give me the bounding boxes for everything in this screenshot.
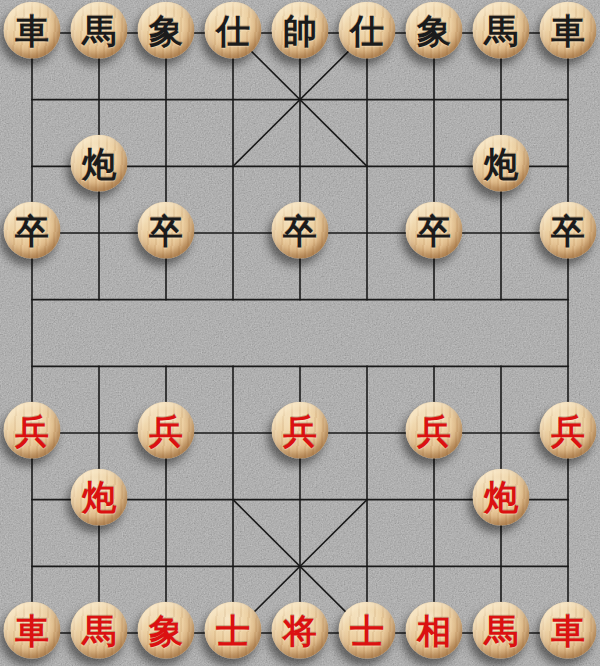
piece-red-advisor[interactable]: 士 [205,602,262,659]
piece-glyph: 馬 [484,613,518,647]
piece-glyph: 兵 [283,413,317,447]
piece-glyph: 仕 [216,13,250,47]
piece-red-soldier[interactable]: 兵 [540,402,597,459]
piece-black-soldier[interactable]: 卒 [406,202,463,259]
piece-glyph: 馬 [82,13,116,47]
piece-glyph: 士 [350,613,384,647]
pieces-layer: 車馬象仕帥仕象馬車炮炮卒卒卒卒卒兵兵兵兵兵炮炮車馬象士将士相馬車 [0,0,600,666]
piece-glyph: 兵 [551,413,585,447]
piece-black-soldier[interactable]: 卒 [4,202,61,259]
piece-glyph: 仕 [350,13,384,47]
piece-black-advisor[interactable]: 仕 [339,2,396,59]
piece-red-cannon[interactable]: 炮 [473,468,530,525]
piece-glyph: 象 [149,613,183,647]
piece-black-chariot[interactable]: 車 [540,2,597,59]
piece-red-cannon[interactable]: 炮 [71,468,128,525]
piece-glyph: 車 [551,13,585,47]
piece-red-soldier[interactable]: 兵 [4,402,61,459]
piece-black-elephant[interactable]: 象 [406,2,463,59]
piece-red-horse[interactable]: 馬 [71,602,128,659]
piece-glyph: 馬 [484,13,518,47]
piece-black-advisor[interactable]: 仕 [205,2,262,59]
piece-red-soldier[interactable]: 兵 [406,402,463,459]
piece-black-cannon[interactable]: 炮 [473,135,530,192]
piece-glyph: 卒 [551,213,585,247]
piece-black-soldier[interactable]: 卒 [138,202,195,259]
xiangqi-board: 車馬象仕帥仕象馬車炮炮卒卒卒卒卒兵兵兵兵兵炮炮車馬象士将士相馬車 [0,0,600,666]
piece-glyph: 車 [551,613,585,647]
piece-black-soldier[interactable]: 卒 [540,202,597,259]
piece-glyph: 象 [417,13,451,47]
piece-red-chariot[interactable]: 車 [540,602,597,659]
piece-glyph: 卒 [417,213,451,247]
piece-glyph: 馬 [82,613,116,647]
piece-glyph: 兵 [15,413,49,447]
piece-black-soldier[interactable]: 卒 [272,202,329,259]
piece-glyph: 炮 [484,480,518,514]
piece-black-horse[interactable]: 馬 [71,2,128,59]
piece-glyph: 炮 [484,146,518,180]
piece-red-advisor[interactable]: 士 [339,602,396,659]
piece-red-general[interactable]: 将 [272,602,329,659]
piece-glyph: 車 [15,13,49,47]
piece-glyph: 兵 [149,413,183,447]
piece-red-soldier[interactable]: 兵 [272,402,329,459]
piece-glyph: 車 [15,613,49,647]
piece-red-elephant[interactable]: 象 [138,602,195,659]
piece-black-general[interactable]: 帥 [272,2,329,59]
piece-glyph: 卒 [15,213,49,247]
piece-black-chariot[interactable]: 車 [4,2,61,59]
piece-red-chariot[interactable]: 車 [4,602,61,659]
piece-glyph: 炮 [82,480,116,514]
piece-glyph: 卒 [283,213,317,247]
piece-glyph: 炮 [82,146,116,180]
piece-red-horse[interactable]: 馬 [473,602,530,659]
piece-black-cannon[interactable]: 炮 [71,135,128,192]
piece-red-elephant[interactable]: 相 [406,602,463,659]
piece-glyph: 相 [417,613,451,647]
piece-red-soldier[interactable]: 兵 [138,402,195,459]
piece-black-horse[interactable]: 馬 [473,2,530,59]
piece-glyph: 将 [283,613,317,647]
piece-glyph: 卒 [149,213,183,247]
piece-glyph: 兵 [417,413,451,447]
piece-glyph: 象 [149,13,183,47]
piece-glyph: 帥 [283,13,317,47]
piece-glyph: 士 [216,613,250,647]
piece-black-elephant[interactable]: 象 [138,2,195,59]
